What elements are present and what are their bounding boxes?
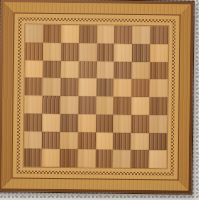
square-b3[interactable]	[42, 114, 60, 132]
playing-area	[24, 25, 169, 169]
square-e2[interactable]	[95, 132, 113, 150]
square-c3[interactable]	[60, 114, 78, 132]
square-h4[interactable]	[149, 97, 167, 115]
square-c7[interactable]	[61, 43, 79, 61]
square-f1[interactable]	[113, 150, 131, 168]
square-b6[interactable]	[43, 60, 61, 78]
square-b5[interactable]	[42, 78, 60, 96]
square-g4[interactable]	[132, 97, 150, 115]
square-e7[interactable]	[96, 43, 114, 61]
square-a3[interactable]	[24, 113, 42, 131]
square-e1[interactable]	[95, 150, 113, 168]
photo-background	[0, 0, 199, 200]
square-f6[interactable]	[114, 61, 132, 79]
square-f2[interactable]	[113, 132, 131, 150]
square-h7[interactable]	[150, 44, 168, 62]
square-c4[interactable]	[60, 96, 78, 114]
square-a5[interactable]	[25, 78, 43, 96]
square-b8[interactable]	[43, 25, 61, 43]
square-g1[interactable]	[131, 150, 149, 168]
square-c1[interactable]	[59, 149, 77, 167]
square-g2[interactable]	[131, 132, 149, 150]
square-h1[interactable]	[149, 150, 167, 168]
square-f8[interactable]	[115, 26, 133, 44]
square-c6[interactable]	[60, 61, 78, 79]
square-h8[interactable]	[150, 26, 168, 44]
square-d4[interactable]	[78, 96, 96, 114]
square-d3[interactable]	[78, 114, 96, 132]
inner-apron	[20, 21, 173, 173]
square-g7[interactable]	[132, 44, 150, 62]
square-g6[interactable]	[132, 61, 150, 79]
square-g8[interactable]	[132, 26, 150, 44]
frame-inlay-line	[12, 12, 181, 180]
square-d8[interactable]	[79, 25, 97, 43]
square-d1[interactable]	[77, 150, 95, 168]
square-h2[interactable]	[149, 133, 167, 151]
square-a8[interactable]	[25, 25, 43, 43]
square-d6[interactable]	[78, 61, 96, 79]
square-e3[interactable]	[96, 114, 114, 132]
square-e6[interactable]	[96, 61, 114, 79]
board-apron	[13, 13, 180, 179]
square-d7[interactable]	[79, 43, 97, 61]
board-frame	[1, 2, 190, 190]
square-a1[interactable]	[24, 149, 42, 167]
square-a2[interactable]	[24, 131, 42, 149]
square-d2[interactable]	[77, 132, 95, 150]
square-c5[interactable]	[60, 78, 78, 96]
checkered-inlay-border	[17, 18, 176, 176]
square-h5[interactable]	[150, 79, 168, 97]
square-g5[interactable]	[132, 79, 150, 97]
square-h6[interactable]	[150, 62, 168, 80]
square-e4[interactable]	[96, 96, 114, 114]
chess-board	[0, 0, 195, 195]
square-f3[interactable]	[113, 114, 131, 132]
square-e8[interactable]	[97, 25, 115, 43]
board-edge	[0, 0, 195, 195]
square-b4[interactable]	[42, 96, 60, 114]
square-f5[interactable]	[114, 79, 132, 97]
square-f7[interactable]	[114, 43, 132, 61]
square-g3[interactable]	[131, 115, 149, 133]
square-d5[interactable]	[78, 79, 96, 97]
square-b2[interactable]	[42, 131, 60, 149]
square-b7[interactable]	[43, 43, 61, 61]
square-e5[interactable]	[96, 79, 114, 97]
square-c8[interactable]	[61, 25, 79, 43]
square-a4[interactable]	[24, 96, 42, 114]
square-c2[interactable]	[60, 132, 78, 150]
square-a7[interactable]	[25, 42, 43, 60]
square-a6[interactable]	[25, 60, 43, 78]
square-h3[interactable]	[149, 115, 167, 133]
square-f4[interactable]	[114, 97, 132, 115]
square-b1[interactable]	[42, 149, 60, 167]
